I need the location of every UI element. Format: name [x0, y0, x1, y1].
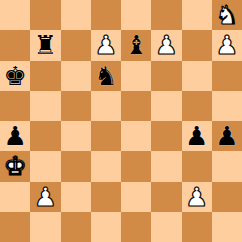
white-knight[interactable]: ♞	[215, 2, 238, 28]
square-g6[interactable]	[182, 61, 212, 91]
square-h4[interactable]: ♟	[212, 121, 242, 151]
black-rook[interactable]: ♜	[34, 32, 57, 58]
white-pawn[interactable]: ♟	[94, 32, 117, 58]
square-g2[interactable]: ♟	[182, 182, 212, 212]
square-b6[interactable]	[30, 61, 60, 91]
square-b8[interactable]	[30, 0, 60, 30]
square-h8[interactable]: ♞	[212, 0, 242, 30]
square-g3[interactable]	[182, 151, 212, 181]
square-b7[interactable]: ♜	[30, 30, 60, 60]
square-f3[interactable]	[151, 151, 181, 181]
square-d4[interactable]	[91, 121, 121, 151]
square-e4[interactable]	[121, 121, 151, 151]
square-b1[interactable]	[30, 212, 60, 242]
white-king[interactable]: ♚	[3, 153, 26, 179]
square-c3[interactable]	[61, 151, 91, 181]
square-h7[interactable]: ♟	[212, 30, 242, 60]
white-pawn[interactable]: ♟	[185, 184, 208, 210]
black-pawn[interactable]: ♟	[215, 123, 238, 149]
square-g1[interactable]	[182, 212, 212, 242]
square-e3[interactable]	[121, 151, 151, 181]
square-b3[interactable]	[30, 151, 60, 181]
white-pawn[interactable]: ♟	[215, 32, 238, 58]
square-e7[interactable]: ♝	[121, 30, 151, 60]
black-pawn[interactable]: ♟	[185, 123, 208, 149]
square-c7[interactable]	[61, 30, 91, 60]
square-a5[interactable]	[0, 91, 30, 121]
square-c5[interactable]	[61, 91, 91, 121]
square-h1[interactable]	[212, 212, 242, 242]
black-pawn[interactable]: ♟	[3, 123, 26, 149]
square-c1[interactable]	[61, 212, 91, 242]
square-g5[interactable]	[182, 91, 212, 121]
square-f4[interactable]	[151, 121, 181, 151]
square-f2[interactable]	[151, 182, 181, 212]
square-f5[interactable]	[151, 91, 181, 121]
square-c8[interactable]	[61, 0, 91, 30]
square-a4[interactable]: ♟	[0, 121, 30, 151]
square-d7[interactable]: ♟	[91, 30, 121, 60]
square-d1[interactable]	[91, 212, 121, 242]
square-h3[interactable]	[212, 151, 242, 181]
square-g7[interactable]	[182, 30, 212, 60]
square-g4[interactable]: ♟	[182, 121, 212, 151]
square-c2[interactable]	[61, 182, 91, 212]
black-bishop[interactable]: ♝	[124, 32, 147, 58]
square-a2[interactable]	[0, 182, 30, 212]
square-d6[interactable]: ♞	[91, 61, 121, 91]
square-f1[interactable]	[151, 212, 181, 242]
square-h5[interactable]	[212, 91, 242, 121]
square-e1[interactable]	[121, 212, 151, 242]
square-d5[interactable]	[91, 91, 121, 121]
square-a8[interactable]	[0, 0, 30, 30]
square-f6[interactable]	[151, 61, 181, 91]
white-pawn[interactable]: ♟	[34, 184, 57, 210]
square-h6[interactable]	[212, 61, 242, 91]
square-d2[interactable]	[91, 182, 121, 212]
black-king[interactable]: ♚	[3, 63, 26, 89]
square-h2[interactable]	[212, 182, 242, 212]
square-b4[interactable]	[30, 121, 60, 151]
square-c4[interactable]	[61, 121, 91, 151]
square-e5[interactable]	[121, 91, 151, 121]
chess-board: ♞♜♟♝♟♟♚♞♟♟♟♚♟♟	[0, 0, 242, 242]
square-e8[interactable]	[121, 0, 151, 30]
square-e2[interactable]	[121, 182, 151, 212]
square-c6[interactable]	[61, 61, 91, 91]
square-f8[interactable]	[151, 0, 181, 30]
square-b2[interactable]: ♟	[30, 182, 60, 212]
square-d8[interactable]	[91, 0, 121, 30]
black-knight[interactable]: ♞	[94, 63, 117, 89]
square-g8[interactable]	[182, 0, 212, 30]
square-b5[interactable]	[30, 91, 60, 121]
square-a3[interactable]: ♚	[0, 151, 30, 181]
square-a6[interactable]: ♚	[0, 61, 30, 91]
square-a1[interactable]	[0, 212, 30, 242]
square-d3[interactable]	[91, 151, 121, 181]
white-pawn[interactable]: ♟	[155, 32, 178, 58]
square-f7[interactable]: ♟	[151, 30, 181, 60]
square-e6[interactable]	[121, 61, 151, 91]
square-a7[interactable]	[0, 30, 30, 60]
